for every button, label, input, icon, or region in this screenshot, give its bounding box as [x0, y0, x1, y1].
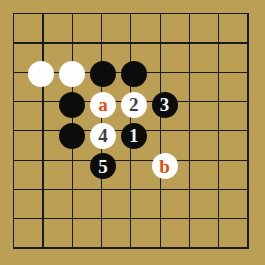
black-stone [90, 61, 116, 87]
move-number-label: 2 [129, 95, 139, 114]
white-stone-move-4: 4 [90, 123, 116, 149]
point-marker-a[interactable]: a [90, 92, 116, 118]
black-stone [121, 61, 147, 87]
white-stone [28, 61, 54, 87]
grid-line-horizontal [13, 189, 249, 190]
point-marker-b[interactable]: b [152, 153, 178, 179]
grid-line-vertical [160, 13, 161, 249]
black-stone [59, 123, 85, 149]
move-number-label: 1 [129, 126, 139, 145]
grid-line-vertical [189, 13, 190, 249]
grid-line-vertical [247, 13, 248, 249]
go-board: 23415ab [0, 0, 265, 265]
grid-line-horizontal [13, 160, 249, 161]
black-stone-move-5: 5 [90, 153, 116, 179]
move-number-label: 5 [98, 156, 108, 175]
white-stone [59, 61, 85, 87]
black-stone-move-3: 3 [152, 92, 178, 118]
black-stone-move-1: 1 [121, 123, 147, 149]
move-number-label: 3 [160, 95, 170, 114]
move-number-label: 4 [98, 126, 108, 145]
grid-line-horizontal [13, 247, 249, 248]
black-stone [59, 92, 85, 118]
marker-letter-label: a [98, 95, 108, 114]
marker-letter-label: b [159, 156, 170, 175]
white-stone-move-2: 2 [121, 92, 147, 118]
grid-line-vertical [218, 13, 219, 249]
grid-line-horizontal [13, 218, 249, 219]
